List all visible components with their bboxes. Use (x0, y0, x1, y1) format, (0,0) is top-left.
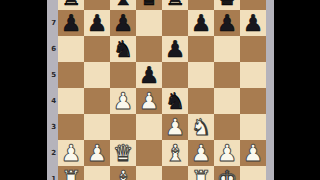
black-king-icon: ♚ (217, 0, 238, 10)
black-pawn-icon: ♟ (217, 10, 238, 36)
square-d6 (136, 36, 162, 62)
black-queen-icon: ♛ (139, 0, 160, 10)
square-c8: ♝ (110, 0, 136, 10)
square-f4 (188, 88, 214, 114)
black-knight-icon: ♞ (113, 36, 134, 62)
square-c3 (110, 114, 136, 140)
square-e5 (162, 62, 188, 88)
square-a8: ♜ (58, 0, 84, 10)
square-h4 (240, 88, 266, 114)
rank-label-3: 3 (47, 123, 56, 131)
square-a3 (58, 114, 84, 140)
square-a5 (58, 62, 84, 88)
square-f6 (188, 36, 214, 62)
black-rook-icon: ♜ (61, 0, 82, 10)
square-d2 (136, 140, 162, 166)
square-a2: ♟ (58, 140, 84, 166)
square-b6 (84, 36, 110, 62)
square-e7 (162, 10, 188, 36)
square-f2: ♟ (188, 140, 214, 166)
square-f3: ♞ (188, 114, 214, 140)
rank-label-7: 7 (47, 19, 56, 27)
square-g3 (214, 114, 240, 140)
white-knight-icon: ♞ (191, 114, 212, 140)
board-right-margin (266, 0, 274, 180)
square-g7: ♟ (214, 10, 240, 36)
square-e8: ♜ (162, 0, 188, 10)
square-c7: ♟ (110, 10, 136, 36)
rank-label-5: 5 (47, 71, 56, 79)
square-d3 (136, 114, 162, 140)
square-b8 (84, 0, 110, 10)
square-a4 (58, 88, 84, 114)
square-h8 (240, 0, 266, 10)
square-a6 (58, 36, 84, 62)
square-c6: ♞ (110, 36, 136, 62)
white-pawn-icon: ♟ (139, 88, 160, 114)
white-pawn-icon: ♟ (61, 140, 82, 166)
chess-board: ♜♝♛♜♚♟♟♟♟♟♟♞♟♟♟♟♞♟♞♟♟♛♝♟♟♟♜♝♜♚ (58, 0, 266, 180)
black-rook-icon: ♜ (165, 0, 186, 10)
video-frame: 87654321 ♜♝♛♜♚♟♟♟♟♟♟♞♟♟♟♟♞♟♞♟♟♛♝♟♟♟♜♝♜♚ (0, 0, 320, 180)
black-pawn-icon: ♟ (61, 10, 82, 36)
square-g1: ♚ (214, 166, 240, 180)
white-pawn-icon: ♟ (217, 140, 238, 166)
square-b7: ♟ (84, 10, 110, 36)
square-e6: ♟ (162, 36, 188, 62)
square-f1: ♜ (188, 166, 214, 180)
square-b1 (84, 166, 110, 180)
square-f7: ♟ (188, 10, 214, 36)
square-c4: ♟ (110, 88, 136, 114)
square-g2: ♟ (214, 140, 240, 166)
square-b5 (84, 62, 110, 88)
square-d5: ♟ (136, 62, 162, 88)
square-b2: ♟ (84, 140, 110, 166)
square-h1 (240, 166, 266, 180)
white-pawn-icon: ♟ (243, 140, 264, 166)
black-knight-icon: ♞ (165, 88, 186, 114)
square-f5 (188, 62, 214, 88)
black-pawn-icon: ♟ (139, 62, 160, 88)
square-f8 (188, 0, 214, 10)
square-d8: ♛ (136, 0, 162, 10)
square-b3 (84, 114, 110, 140)
white-bishop-icon: ♝ (113, 166, 134, 180)
rank-label-2: 2 (47, 149, 56, 157)
square-c5 (110, 62, 136, 88)
square-b4 (84, 88, 110, 114)
black-pawn-icon: ♟ (87, 10, 108, 36)
white-king-icon: ♚ (217, 166, 238, 180)
square-d7 (136, 10, 162, 36)
square-c2: ♛ (110, 140, 136, 166)
white-bishop-icon: ♝ (165, 140, 186, 166)
rank-label-6: 6 (47, 45, 56, 53)
rank-label-4: 4 (47, 97, 56, 105)
black-bishop-icon: ♝ (113, 0, 134, 10)
rank-label-1: 1 (47, 175, 56, 180)
white-pawn-icon: ♟ (165, 114, 186, 140)
square-e3: ♟ (162, 114, 188, 140)
white-queen-icon: ♛ (113, 140, 134, 166)
square-g6 (214, 36, 240, 62)
white-rook-icon: ♜ (61, 166, 82, 180)
square-g4 (214, 88, 240, 114)
square-h2: ♟ (240, 140, 266, 166)
square-h7: ♟ (240, 10, 266, 36)
rank-labels-strip: 87654321 (47, 0, 58, 180)
square-g8: ♚ (214, 0, 240, 10)
white-pawn-icon: ♟ (87, 140, 108, 166)
black-pawn-icon: ♟ (243, 10, 264, 36)
black-pawn-icon: ♟ (165, 36, 186, 62)
square-e4: ♞ (162, 88, 188, 114)
square-a7: ♟ (58, 10, 84, 36)
square-c1: ♝ (110, 166, 136, 180)
black-pawn-icon: ♟ (113, 10, 134, 36)
square-h6 (240, 36, 266, 62)
black-pawn-icon: ♟ (191, 10, 212, 36)
board-viewport: ♜♝♛♜♚♟♟♟♟♟♟♞♟♟♟♟♞♟♞♟♟♛♝♟♟♟♜♝♜♚ (58, 0, 266, 180)
square-a1: ♜ (58, 166, 84, 180)
square-d1 (136, 166, 162, 180)
square-h5 (240, 62, 266, 88)
square-d4: ♟ (136, 88, 162, 114)
white-pawn-icon: ♟ (113, 88, 134, 114)
white-pawn-icon: ♟ (191, 140, 212, 166)
square-h3 (240, 114, 266, 140)
square-g5 (214, 62, 240, 88)
square-e1 (162, 166, 188, 180)
square-e2: ♝ (162, 140, 188, 166)
white-rook-icon: ♜ (191, 166, 212, 180)
rank-label-8: 8 (47, 0, 56, 1)
